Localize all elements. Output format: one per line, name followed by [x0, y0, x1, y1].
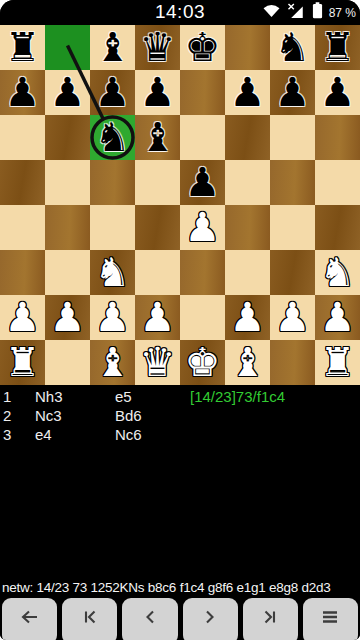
square-f5[interactable] [225, 160, 270, 205]
black-pawn[interactable]: ♟ [230, 70, 266, 115]
square-f1[interactable]: ♝ [225, 340, 270, 385]
status-bar: 14:03 87 % [0, 0, 360, 25]
menu-button[interactable] [303, 598, 358, 640]
square-h1[interactable]: ♜ [315, 340, 360, 385]
black-pawn[interactable]: ♟ [95, 70, 131, 115]
black-rook[interactable]: ♜ [5, 25, 41, 70]
previous-move-button[interactable] [122, 598, 177, 640]
go-to-start-button[interactable] [62, 598, 117, 640]
square-a5[interactable] [0, 160, 45, 205]
square-g1[interactable] [270, 340, 315, 385]
white-pawn[interactable]: ♟ [5, 295, 41, 340]
white-pawn[interactable]: ♟ [50, 295, 86, 340]
square-g6[interactable] [270, 115, 315, 160]
square-b2[interactable]: ♟ [45, 295, 90, 340]
square-b4[interactable] [45, 205, 90, 250]
next-move-button[interactable] [183, 598, 238, 640]
square-a2[interactable]: ♟ [0, 295, 45, 340]
square-h8[interactable]: ♜ [315, 25, 360, 70]
square-e8[interactable]: ♚ [180, 25, 225, 70]
square-c8[interactable]: ♝ [90, 25, 135, 70]
white-knight[interactable]: ♞ [320, 250, 356, 295]
square-a3[interactable] [0, 250, 45, 295]
square-c6[interactable]: ♞ [90, 115, 135, 160]
go-to-end-button[interactable] [243, 598, 298, 640]
engine-eval-info: [14/23]73/f1c4 [190, 387, 360, 406]
move-black[interactable]: Bd6 [115, 406, 190, 425]
move-number: 1 [3, 387, 35, 406]
chess-board: ♜♝♛♚♞♜♟♟♟♟♟♟♟♞♝♟♟♞♞♟♟♟♟♟♟♟♜♝♛♚♝♜ [0, 25, 360, 385]
square-h3[interactable]: ♞ [315, 250, 360, 295]
white-rook[interactable]: ♜ [5, 340, 41, 385]
white-bishop[interactable]: ♝ [95, 340, 131, 385]
square-g3[interactable] [270, 250, 315, 295]
move-white[interactable]: e4 [35, 425, 115, 444]
black-pawn[interactable]: ♟ [140, 70, 176, 115]
square-e1[interactable]: ♚ [180, 340, 225, 385]
square-g8[interactable]: ♞ [270, 25, 315, 70]
black-bishop[interactable]: ♝ [140, 115, 176, 160]
square-h6[interactable] [315, 115, 360, 160]
move-row: 2Nc3Bd6 [3, 406, 360, 425]
square-d6[interactable]: ♝ [135, 115, 180, 160]
move-black[interactable]: e5 [115, 387, 190, 406]
square-g4[interactable] [270, 205, 315, 250]
square-d7[interactable]: ♟ [135, 70, 180, 115]
square-h5[interactable] [315, 160, 360, 205]
square-g2[interactable]: ♟ [270, 295, 315, 340]
wifi-icon [262, 3, 281, 22]
black-pawn[interactable]: ♟ [185, 160, 221, 205]
black-knight[interactable]: ♞ [275, 25, 311, 70]
square-c1[interactable]: ♝ [90, 340, 135, 385]
black-pawn[interactable]: ♟ [320, 70, 356, 115]
square-e2[interactable] [180, 295, 225, 340]
move-white[interactable]: Nc3 [35, 406, 115, 425]
battery-icon [312, 2, 323, 23]
square-a7[interactable]: ♟ [0, 70, 45, 115]
square-d8[interactable]: ♛ [135, 25, 180, 70]
square-c4[interactable] [90, 205, 135, 250]
arrow-left-icon [19, 613, 41, 628]
square-f4[interactable] [225, 205, 270, 250]
square-a6[interactable] [0, 115, 45, 160]
move-row: 3e4Nc6 [3, 425, 360, 444]
navigation-toolbar [0, 598, 360, 638]
square-a4[interactable] [0, 205, 45, 250]
move-number: 2 [3, 406, 35, 425]
chevron-right-icon [200, 613, 220, 628]
hamburger-menu-icon [320, 613, 340, 628]
move-white[interactable]: Nh3 [35, 387, 115, 406]
square-h4[interactable] [315, 205, 360, 250]
square-d3[interactable] [135, 250, 180, 295]
move-black[interactable]: Nc6 [115, 425, 190, 444]
square-d1[interactable]: ♛ [135, 340, 180, 385]
square-d4[interactable] [135, 205, 180, 250]
square-f6[interactable] [225, 115, 270, 160]
square-c5[interactable] [90, 160, 135, 205]
square-a8[interactable]: ♜ [0, 25, 45, 70]
black-pawn[interactable]: ♟ [50, 70, 86, 115]
white-queen[interactable]: ♛ [140, 340, 176, 385]
square-h7[interactable]: ♟ [315, 70, 360, 115]
square-e5[interactable]: ♟ [180, 160, 225, 205]
square-a1[interactable]: ♜ [0, 340, 45, 385]
black-pawn[interactable]: ♟ [275, 70, 311, 115]
chevron-left-icon [140, 613, 160, 628]
square-b1[interactable] [45, 340, 90, 385]
move-row: 1Nh3e5[14/23]73/f1c4 [3, 387, 360, 406]
square-c7[interactable]: ♟ [90, 70, 135, 115]
square-f2[interactable]: ♟ [225, 295, 270, 340]
white-rook[interactable]: ♜ [320, 340, 356, 385]
white-pawn[interactable]: ♟ [275, 295, 311, 340]
black-king[interactable]: ♚ [185, 25, 221, 70]
square-e3[interactable] [180, 250, 225, 295]
skip-to-start-icon [80, 613, 100, 628]
square-b3[interactable] [45, 250, 90, 295]
white-king[interactable]: ♚ [185, 340, 221, 385]
engine-status-line: netw: 14/23 73 1252KNs b8c6 f1c4 g8f6 e1… [0, 580, 360, 598]
black-rook[interactable]: ♜ [320, 25, 356, 70]
black-bishop[interactable]: ♝ [95, 25, 131, 70]
square-e7[interactable] [180, 70, 225, 115]
white-pawn[interactable]: ♟ [185, 205, 221, 250]
square-g5[interactable] [270, 160, 315, 205]
square-e4[interactable]: ♟ [180, 205, 225, 250]
cell-signal-no-service-icon [287, 3, 306, 23]
square-f7[interactable]: ♟ [225, 70, 270, 115]
square-c3[interactable]: ♞ [90, 250, 135, 295]
black-knight[interactable]: ♞ [95, 115, 131, 160]
white-knight[interactable]: ♞ [95, 250, 131, 295]
square-f8[interactable] [225, 25, 270, 70]
square-b6[interactable] [45, 115, 90, 160]
square-d2[interactable]: ♟ [135, 295, 180, 340]
square-b5[interactable] [45, 160, 90, 205]
square-h2[interactable]: ♟ [315, 295, 360, 340]
square-d5[interactable] [135, 160, 180, 205]
skip-to-end-icon [260, 613, 280, 628]
square-g7[interactable]: ♟ [270, 70, 315, 115]
square-c2[interactable]: ♟ [90, 295, 135, 340]
battery-percent: 87 % [329, 6, 356, 20]
chess-app-screen: 14:03 87 % ♜♝♛♚♞♜♟♟♟♟♟♟♟♞♝♟♟♞♞♟♟♟♟♟♟♟♜♝ [0, 0, 360, 640]
black-queen[interactable]: ♛ [140, 25, 176, 70]
square-b7[interactable]: ♟ [45, 70, 90, 115]
black-pawn[interactable]: ♟ [5, 70, 41, 115]
white-pawn[interactable]: ♟ [230, 295, 266, 340]
back-button[interactable] [2, 598, 57, 640]
move-number: 3 [3, 425, 35, 444]
square-f3[interactable] [225, 250, 270, 295]
white-bishop[interactable]: ♝ [230, 340, 266, 385]
white-pawn[interactable]: ♟ [320, 295, 356, 340]
move-list: 1Nh3e5[14/23]73/f1c42Nc3Bd63e4Nc6 [0, 385, 360, 580]
square-e6[interactable] [180, 115, 225, 160]
square-b8[interactable] [45, 25, 90, 70]
white-pawn[interactable]: ♟ [140, 295, 176, 340]
white-pawn[interactable]: ♟ [95, 295, 131, 340]
